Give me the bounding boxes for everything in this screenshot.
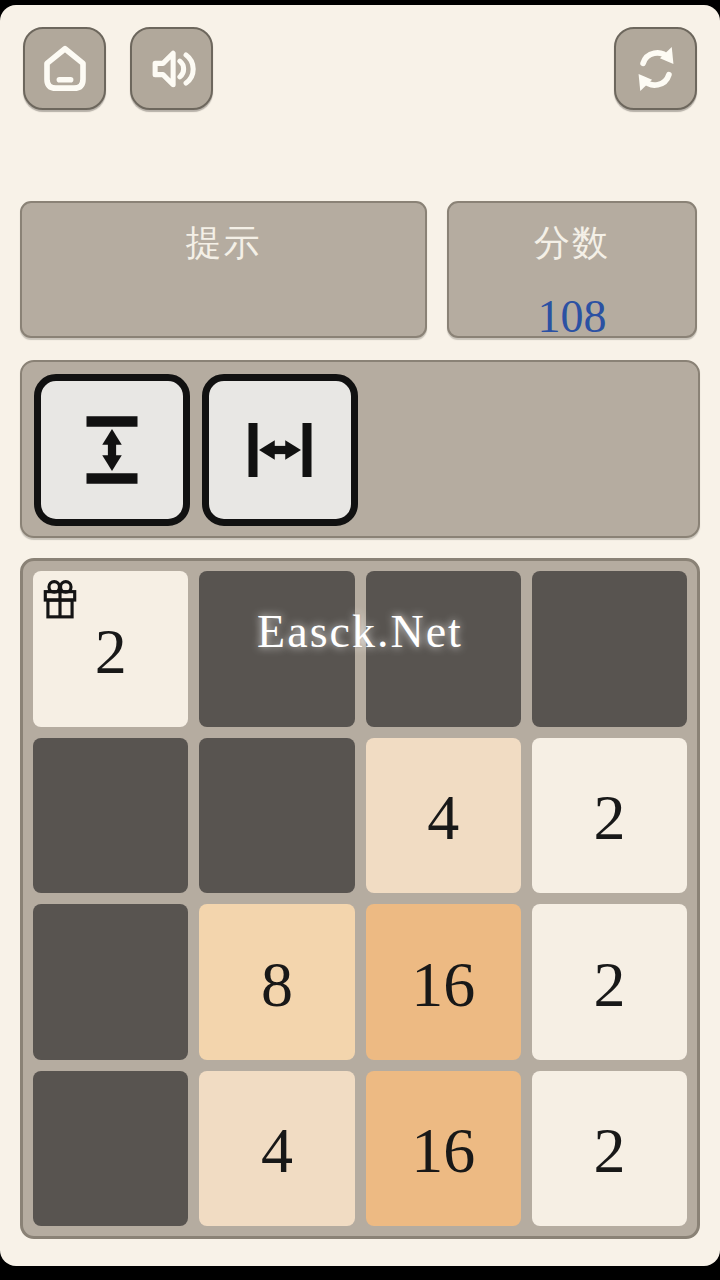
- tile-4: 4: [199, 1071, 354, 1227]
- home-icon: [38, 42, 92, 96]
- tile-value: 4: [261, 1113, 293, 1183]
- tile-value: 16: [411, 947, 475, 1017]
- toolbar-panel: [20, 360, 700, 538]
- refresh-icon: [629, 42, 683, 96]
- tile-value: 2: [95, 614, 127, 684]
- app-screen: 提示 分数 108 2: [0, 5, 720, 1266]
- tile-2: 2: [532, 1071, 687, 1227]
- hint-button[interactable]: 提示: [20, 201, 427, 338]
- tile-value: 2: [593, 947, 625, 1017]
- empty-cell: [33, 738, 188, 894]
- tile-value: 2: [593, 780, 625, 850]
- empty-cell: [199, 571, 354, 727]
- tile-value: 4: [427, 780, 459, 850]
- score-value: 108: [449, 290, 695, 343]
- tile-2: 2: [532, 738, 687, 894]
- tile-value: 2: [593, 1113, 625, 1183]
- home-button[interactable]: [23, 27, 106, 110]
- tile-4: 4: [366, 738, 521, 894]
- gift-icon: [41, 578, 79, 620]
- empty-cell: [199, 738, 354, 894]
- tile-16: 16: [366, 1071, 521, 1227]
- score-label: 分数: [449, 219, 695, 268]
- fit-horizontal-button[interactable]: [202, 374, 358, 526]
- empty-cell: [33, 1071, 188, 1227]
- sound-button[interactable]: [130, 27, 213, 110]
- tile-2: 2: [33, 571, 188, 727]
- tile-2: 2: [532, 904, 687, 1060]
- tile-8: 8: [199, 904, 354, 1060]
- tile-value: 16: [411, 1113, 475, 1183]
- speaker-on-icon: [145, 42, 199, 96]
- empty-cell: [33, 904, 188, 1060]
- tile-value: 8: [261, 947, 293, 1017]
- fit-horizontal-arrows-icon: [232, 402, 328, 498]
- tile-16: 16: [366, 904, 521, 1060]
- refresh-button[interactable]: [614, 27, 697, 110]
- empty-cell: [532, 571, 687, 727]
- game-board[interactable]: 2 4281624162: [20, 558, 700, 1239]
- score-panel: 分数 108: [447, 201, 697, 338]
- hint-label: 提示: [22, 219, 425, 268]
- board-grid: 2 4281624162: [33, 571, 687, 1226]
- fit-vertical-arrows-icon: [64, 402, 160, 498]
- fit-vertical-button[interactable]: [34, 374, 190, 526]
- empty-cell: [366, 571, 521, 727]
